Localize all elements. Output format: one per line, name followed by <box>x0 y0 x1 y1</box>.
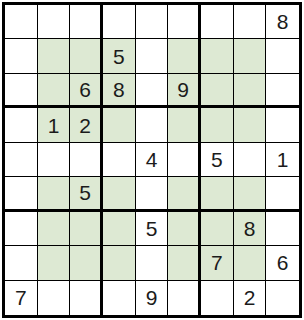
sudoku-cell-r6c8[interactable] <box>234 177 267 211</box>
sudoku-cell-r5c6[interactable] <box>168 143 201 177</box>
sudoku-cell-r9c8[interactable]: 2 <box>234 281 267 315</box>
sudoku-page: 856891245155876792 <box>0 0 304 320</box>
sudoku-cell-r3c4[interactable]: 8 <box>103 74 136 108</box>
sudoku-cell-r2c4[interactable]: 5 <box>103 39 136 73</box>
given-digit: 7 <box>211 252 223 273</box>
sudoku-cell-r4c1[interactable] <box>5 108 38 142</box>
sudoku-cell-r7c7[interactable] <box>201 212 234 246</box>
sudoku-cell-r6c9[interactable] <box>266 177 299 211</box>
sudoku-cell-r4c8[interactable] <box>234 108 267 142</box>
given-digit: 9 <box>146 287 158 308</box>
sudoku-cell-r4c9[interactable] <box>266 108 299 142</box>
sudoku-cell-r1c3[interactable] <box>70 5 103 39</box>
sudoku-cell-r1c9[interactable]: 8 <box>266 5 299 39</box>
sudoku-cell-r8c6[interactable] <box>168 246 201 280</box>
sudoku-cell-r1c8[interactable] <box>234 5 267 39</box>
sudoku-cell-r2c9[interactable] <box>266 39 299 73</box>
sudoku-cell-r4c5[interactable] <box>136 108 169 142</box>
sudoku-cell-r2c7[interactable] <box>201 39 234 73</box>
given-digit: 6 <box>277 252 289 273</box>
sudoku-cell-r3c3[interactable]: 6 <box>70 74 103 108</box>
given-digit: 4 <box>146 149 158 170</box>
sudoku-cell-r8c8[interactable] <box>234 246 267 280</box>
given-digit: 1 <box>48 115 60 136</box>
sudoku-cell-r1c5[interactable] <box>136 5 169 39</box>
given-digit: 6 <box>79 79 91 100</box>
sudoku-cell-r3c7[interactable] <box>201 74 234 108</box>
sudoku-cell-r2c5[interactable] <box>136 39 169 73</box>
sudoku-cell-r3c5[interactable] <box>136 74 169 108</box>
sudoku-cell-r1c1[interactable] <box>5 5 38 39</box>
sudoku-cell-r4c3[interactable]: 2 <box>70 108 103 142</box>
sudoku-cell-r6c2[interactable] <box>38 177 71 211</box>
given-digit: 1 <box>277 149 289 170</box>
sudoku-cell-r8c4[interactable] <box>103 246 136 280</box>
sudoku-cell-r4c6[interactable] <box>168 108 201 142</box>
sudoku-cell-r5c7[interactable]: 5 <box>201 143 234 177</box>
sudoku-cell-r1c6[interactable] <box>168 5 201 39</box>
sudoku-cell-r9c7[interactable] <box>201 281 234 315</box>
given-digit: 9 <box>177 79 189 100</box>
sudoku-cell-r1c7[interactable] <box>201 5 234 39</box>
sudoku-cell-r6c7[interactable] <box>201 177 234 211</box>
sudoku-board: 856891245155876792 <box>2 2 302 318</box>
given-digit: 2 <box>244 287 256 308</box>
sudoku-cell-r6c4[interactable] <box>103 177 136 211</box>
given-digit: 2 <box>79 115 91 136</box>
given-digit: 5 <box>211 149 223 170</box>
given-digit: 8 <box>244 218 256 239</box>
sudoku-cell-r5c5[interactable]: 4 <box>136 143 169 177</box>
sudoku-cell-r1c2[interactable] <box>38 5 71 39</box>
sudoku-cell-r5c3[interactable] <box>70 143 103 177</box>
sudoku-cell-r8c3[interactable] <box>70 246 103 280</box>
sudoku-cell-r9c2[interactable] <box>38 281 71 315</box>
sudoku-cell-r7c9[interactable] <box>266 212 299 246</box>
sudoku-cell-r2c2[interactable] <box>38 39 71 73</box>
given-digit: 5 <box>113 46 125 67</box>
sudoku-cell-r7c2[interactable] <box>38 212 71 246</box>
given-digit: 8 <box>113 79 125 100</box>
sudoku-cell-r7c8[interactable]: 8 <box>234 212 267 246</box>
sudoku-cell-r2c6[interactable] <box>168 39 201 73</box>
sudoku-cell-r5c2[interactable] <box>38 143 71 177</box>
sudoku-cell-r9c4[interactable] <box>103 281 136 315</box>
sudoku-cell-r6c6[interactable] <box>168 177 201 211</box>
sudoku-cell-r8c1[interactable] <box>5 246 38 280</box>
sudoku-cell-r5c8[interactable] <box>234 143 267 177</box>
sudoku-cell-r8c2[interactable] <box>38 246 71 280</box>
sudoku-cell-r4c4[interactable] <box>103 108 136 142</box>
sudoku-cell-r7c6[interactable] <box>168 212 201 246</box>
sudoku-cell-r4c7[interactable] <box>201 108 234 142</box>
sudoku-cell-r9c5[interactable]: 9 <box>136 281 169 315</box>
sudoku-cell-r3c6[interactable]: 9 <box>168 74 201 108</box>
sudoku-cell-r5c1[interactable] <box>5 143 38 177</box>
given-digit: 8 <box>277 11 289 32</box>
sudoku-cell-r1c4[interactable] <box>103 5 136 39</box>
sudoku-cell-r7c1[interactable] <box>5 212 38 246</box>
sudoku-cell-r7c4[interactable] <box>103 212 136 246</box>
sudoku-cell-r8c9[interactable]: 6 <box>266 246 299 280</box>
sudoku-cell-r9c6[interactable] <box>168 281 201 315</box>
sudoku-cell-r4c2[interactable]: 1 <box>38 108 71 142</box>
sudoku-cell-r8c7[interactable]: 7 <box>201 246 234 280</box>
sudoku-cell-r3c8[interactable] <box>234 74 267 108</box>
sudoku-cell-r5c4[interactable] <box>103 143 136 177</box>
sudoku-cell-r3c2[interactable] <box>38 74 71 108</box>
sudoku-cell-r2c3[interactable] <box>70 39 103 73</box>
sudoku-cell-r8c5[interactable] <box>136 246 169 280</box>
sudoku-cell-r2c8[interactable] <box>234 39 267 73</box>
sudoku-cell-r3c1[interactable] <box>5 74 38 108</box>
sudoku-cell-r3c9[interactable] <box>266 74 299 108</box>
sudoku-cell-r2c1[interactable] <box>5 39 38 73</box>
sudoku-cell-r9c9[interactable] <box>266 281 299 315</box>
sudoku-cell-r9c1[interactable]: 7 <box>5 281 38 315</box>
sudoku-cell-r6c5[interactable] <box>136 177 169 211</box>
given-digit: 5 <box>79 182 91 203</box>
sudoku-cell-r6c3[interactable]: 5 <box>70 177 103 211</box>
sudoku-cell-r5c9[interactable]: 1 <box>266 143 299 177</box>
sudoku-cell-r9c3[interactable] <box>70 281 103 315</box>
sudoku-cell-r7c3[interactable] <box>70 212 103 246</box>
given-digit: 5 <box>146 218 158 239</box>
given-digit: 7 <box>15 287 27 308</box>
sudoku-cell-r6c1[interactable] <box>5 177 38 211</box>
sudoku-cell-r7c5[interactable]: 5 <box>136 212 169 246</box>
